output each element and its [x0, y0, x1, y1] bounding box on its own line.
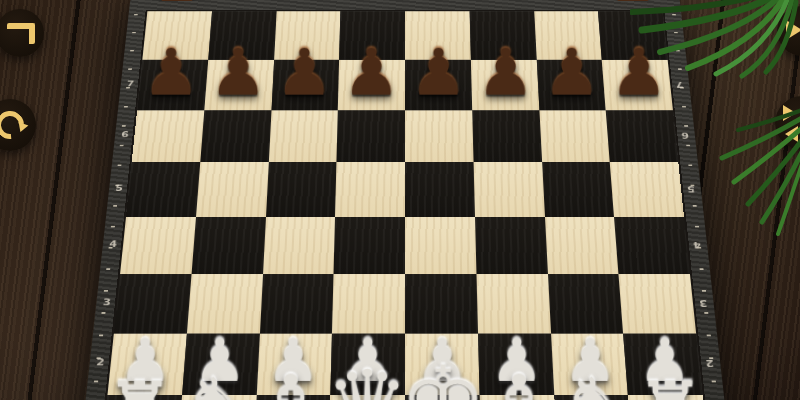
square-b1[interactable]: ♞ [177, 395, 256, 400]
square-d7[interactable]: ♟ [338, 60, 405, 110]
white-queen-d1[interactable]: ♛ [325, 358, 408, 400]
square-a5[interactable] [126, 162, 200, 217]
square-a3[interactable] [114, 274, 191, 333]
white-bishop-f1[interactable]: ♝ [480, 364, 558, 400]
black-pawn-f7[interactable]: ♟ [476, 41, 534, 105]
square-e5[interactable] [405, 162, 475, 217]
square-e1[interactable]: ♚ [405, 395, 481, 400]
square-g4[interactable] [545, 217, 619, 274]
rank-label-5-left: 5 [112, 184, 127, 193]
black-pawn-b7[interactable]: ♟ [209, 41, 267, 105]
square-f6[interactable] [472, 110, 542, 162]
white-bishop-c1[interactable]: ♝ [252, 364, 330, 400]
square-f7[interactable]: ♟ [471, 60, 539, 110]
white-rook-a1[interactable]: ♜ [105, 373, 175, 400]
square-c1[interactable]: ♝ [253, 395, 331, 400]
black-pawn-a7[interactable]: ♟ [142, 41, 200, 105]
square-e6[interactable] [405, 110, 473, 162]
black-pawn-d7[interactable]: ♟ [343, 41, 401, 105]
rank-label-7-right: 7 [673, 80, 687, 89]
rank-label-7-left: 7 [123, 80, 137, 89]
square-b6[interactable] [200, 110, 271, 162]
square-d6[interactable] [337, 110, 405, 162]
square-f1[interactable]: ♝ [479, 395, 557, 400]
square-e4[interactable] [405, 217, 476, 274]
square-c3[interactable] [259, 274, 333, 333]
square-g5[interactable] [542, 162, 615, 217]
square-a6[interactable] [132, 110, 204, 162]
square-b5[interactable] [196, 162, 269, 217]
square-g6[interactable] [539, 110, 610, 162]
square-d1[interactable]: ♛ [329, 395, 405, 400]
square-b3[interactable] [187, 274, 263, 333]
white-knight-g1[interactable]: ♞ [558, 368, 632, 400]
black-pawn-h7[interactable]: ♟ [610, 41, 668, 105]
square-a1[interactable]: ♜ [101, 395, 182, 400]
board-grid: ♜♞♝♛♚♝♞♜♟♟♟♟♟♟♟♟♟♟♟♟♟♟♟♟♜♞♝♛♚♝♞♜ [101, 11, 710, 400]
square-h1[interactable]: ♜ [628, 395, 709, 400]
square-c4[interactable] [263, 217, 336, 274]
square-c7[interactable]: ♟ [271, 60, 339, 110]
square-d5[interactable] [335, 162, 405, 217]
chess-board: ♜♞♝♛♚♝♞♜♟♟♟♟♟♟♟♟♟♟♟♟♟♟♟♟♜♞♝♛♚♝♞♜ 7766554… [77, 0, 733, 400]
square-f5[interactable] [473, 162, 544, 217]
square-b4[interactable] [191, 217, 265, 274]
square-g7[interactable]: ♟ [536, 60, 606, 110]
chess-app-screen: ♜♞♝♛♚♝♞♜♟♟♟♟♟♟♟♟♟♟♟♟♟♟♟♟♜♞♝♛♚♝♞♜ 7766554… [0, 0, 800, 400]
rank-label-5-right: 5 [684, 184, 699, 193]
rank-label-6-right: 6 [678, 131, 693, 140]
square-h6[interactable] [606, 110, 678, 162]
square-f4[interactable] [475, 217, 548, 274]
square-c6[interactable] [268, 110, 338, 162]
double-triangle-icon [785, 126, 798, 142]
square-g1[interactable]: ♞ [554, 395, 633, 400]
triangle-icon [786, 20, 800, 40]
square-h3[interactable] [619, 274, 696, 333]
white-rook-h1[interactable]: ♜ [635, 373, 705, 400]
square-f3[interactable] [476, 274, 550, 333]
square-e3[interactable] [405, 274, 478, 333]
white-knight-b1[interactable]: ♞ [179, 368, 253, 400]
square-e7[interactable]: ♟ [405, 60, 472, 110]
rank-label-6-left: 6 [118, 131, 133, 140]
square-h5[interactable] [610, 162, 684, 217]
black-pawn-e7[interactable]: ♟ [410, 41, 468, 105]
square-d3[interactable] [332, 274, 405, 333]
square-h4[interactable] [614, 217, 690, 274]
rotate-icon [0, 105, 30, 144]
square-d4[interactable] [334, 217, 405, 274]
corner-arrow-icon [7, 23, 35, 44]
square-b7[interactable]: ♟ [204, 60, 274, 110]
black-pawn-g7[interactable]: ♟ [543, 41, 601, 105]
square-g3[interactable] [547, 274, 623, 333]
square-h7[interactable]: ♟ [602, 60, 673, 110]
square-a7[interactable]: ♟ [137, 60, 208, 110]
double-triangle-icon [783, 105, 796, 121]
white-king-e1[interactable]: ♚ [399, 354, 486, 400]
square-a4[interactable] [120, 217, 196, 274]
black-pawn-c7[interactable]: ♟ [276, 41, 334, 105]
square-c5[interactable] [266, 162, 337, 217]
